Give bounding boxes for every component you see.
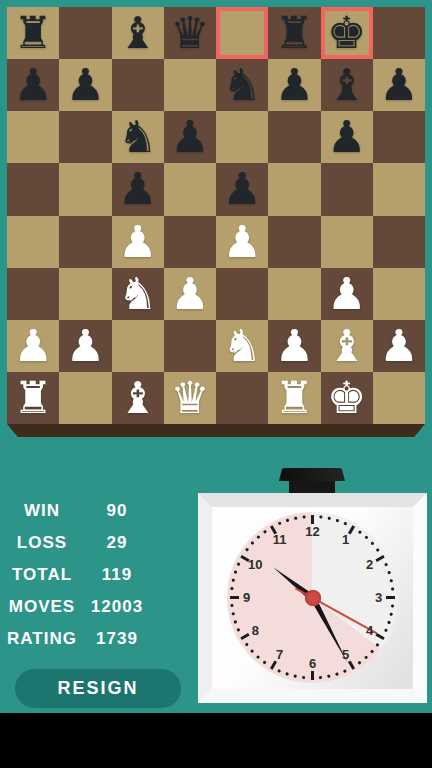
square-f2[interactable]: ♟: [268, 320, 320, 372]
clock-numeral-1: 1: [334, 531, 358, 549]
square-g7[interactable]: ♝: [321, 59, 373, 111]
board-3d-edge: [7, 424, 425, 437]
square-b1[interactable]: [59, 372, 111, 424]
minute-tick: [388, 571, 391, 574]
square-f6[interactable]: [268, 111, 320, 163]
minute-tick: [245, 643, 248, 646]
square-f5[interactable]: [268, 163, 320, 215]
white-pawn-piece: ♟: [170, 272, 209, 316]
clock-body: 121234567891011: [198, 493, 427, 703]
square-b8[interactable]: [59, 7, 111, 59]
square-h7[interactable]: ♟: [373, 59, 425, 111]
square-h4[interactable]: [373, 216, 425, 268]
square-a7[interactable]: ♟: [7, 59, 59, 111]
black-pawn-piece: ♟: [170, 115, 209, 159]
stat-label: LOSS: [0, 533, 84, 553]
minute-tick: [231, 605, 234, 608]
clock-face: 121234567891011: [227, 512, 398, 683]
stat-label: TOTAL: [0, 565, 84, 585]
square-g4[interactable]: [321, 216, 373, 268]
black-queen-piece: ♛: [170, 11, 209, 55]
square-d4[interactable]: [164, 216, 216, 268]
minute-tick: [371, 542, 375, 546]
white-bishop-piece: ♝: [118, 376, 157, 420]
white-knight-piece: ♞: [118, 272, 157, 316]
minute-tick: [251, 542, 255, 546]
black-knight-piece: ♞: [222, 63, 261, 107]
square-b2[interactable]: ♟: [59, 320, 111, 372]
minute-tick: [231, 588, 234, 591]
clock-numeral-8: 8: [243, 622, 267, 640]
square-a3[interactable]: [7, 268, 59, 320]
square-d1[interactable]: ♛: [164, 372, 216, 424]
square-a2[interactable]: ♟: [7, 320, 59, 372]
square-b3[interactable]: [59, 268, 111, 320]
square-h2[interactable]: ♟: [373, 320, 425, 372]
app-screen: ♜♝♛♜♚♟♟♞♟♝♟♞♟♟♟♟♟♟♞♟♟♟♟♞♟♝♟♜♝♛♜♚ WIN90LO…: [0, 0, 432, 768]
square-a4[interactable]: [7, 216, 59, 268]
square-f1[interactable]: ♜: [268, 372, 320, 424]
minute-tick: [328, 675, 331, 678]
clock-button-knob: [279, 468, 345, 481]
square-f8[interactable]: ♜: [268, 7, 320, 59]
minute-tick: [257, 656, 261, 660]
stat-value: 90: [88, 501, 146, 521]
square-h8[interactable]: [373, 7, 425, 59]
minute-tick: [385, 563, 388, 566]
minute-tick: [344, 670, 347, 673]
clock-numeral-9: 9: [235, 589, 259, 607]
square-b5[interactable]: [59, 163, 111, 215]
square-d7[interactable]: [164, 59, 216, 111]
white-knight-piece: ♞: [222, 324, 261, 368]
minute-tick: [371, 650, 375, 654]
square-h6[interactable]: [373, 111, 425, 163]
minute-tick: [392, 588, 395, 591]
minute-tick: [388, 621, 391, 624]
square-d8[interactable]: ♛: [164, 7, 216, 59]
minute-tick: [376, 643, 379, 646]
minute-tick: [358, 530, 361, 533]
white-rook-piece: ♜: [275, 376, 314, 420]
black-king-piece: ♚: [327, 11, 366, 55]
white-queen-piece: ♛: [170, 376, 209, 420]
bottom-nav-bar: [0, 713, 432, 768]
minute-tick: [365, 536, 369, 540]
minute-tick: [336, 673, 339, 676]
square-b4[interactable]: [59, 216, 111, 268]
minute-tick: [234, 621, 237, 624]
square-f7[interactable]: ♟: [268, 59, 320, 111]
minute-tick: [390, 579, 393, 582]
square-g5[interactable]: [321, 163, 373, 215]
minute-tick: [257, 536, 261, 540]
black-knight-piece: ♞: [118, 115, 157, 159]
stat-row-win: WIN90: [0, 495, 170, 527]
minute-tick: [237, 629, 240, 632]
stat-value: 1739: [88, 629, 146, 649]
white-pawn-piece: ♟: [13, 324, 52, 368]
white-pawn-piece: ♟: [222, 220, 261, 264]
clock-center-cap: [305, 590, 321, 606]
clock-numeral-12: 12: [301, 523, 325, 541]
square-g6[interactable]: ♟: [321, 111, 373, 163]
black-pawn-piece: ♟: [118, 167, 157, 211]
stat-row-moves: MOVES12003: [0, 591, 170, 623]
minute-tick: [358, 661, 361, 664]
square-e5[interactable]: ♟: [216, 163, 268, 215]
minute-tick: [263, 530, 266, 533]
square-g1[interactable]: ♚: [321, 372, 373, 424]
square-b7[interactable]: ♟: [59, 59, 111, 111]
black-pawn-piece: ♟: [379, 63, 418, 107]
stats-panel: WIN90LOSS29TOTAL119MOVES12003RATING1739: [0, 495, 170, 655]
board-grid: ♜♝♛♜♚♟♟♞♟♝♟♞♟♟♟♟♟♟♞♟♟♟♟♞♟♝♟♜♝♛♜♚: [7, 7, 425, 424]
minute-tick: [232, 579, 235, 582]
chess-board: ♜♝♛♜♚♟♟♞♟♝♟♞♟♟♟♟♟♟♞♟♟♟♟♞♟♝♟♜♝♛♜♚: [7, 7, 425, 424]
clock-numeral-4: 4: [358, 622, 382, 640]
clock-numeral-5: 5: [334, 646, 358, 664]
minute-tick: [286, 673, 289, 676]
square-c3[interactable]: ♞: [112, 268, 164, 320]
clock-numeral-7: 7: [268, 646, 292, 664]
square-g2[interactable]: ♝: [321, 320, 373, 372]
minute-tick: [294, 675, 297, 678]
minute-tick: [320, 677, 323, 680]
square-e2[interactable]: ♞: [216, 320, 268, 372]
stat-label: MOVES: [0, 597, 84, 617]
black-rook-piece: ♜: [13, 11, 52, 55]
square-d5[interactable]: [164, 163, 216, 215]
stat-label: RATING: [0, 629, 84, 649]
black-rook-piece: ♜: [275, 11, 314, 55]
minute-tick: [278, 670, 281, 673]
square-e4[interactable]: ♟: [216, 216, 268, 268]
square-c5[interactable]: ♟: [112, 163, 164, 215]
minute-tick: [263, 661, 266, 664]
square-g3[interactable]: ♟: [321, 268, 373, 320]
square-a8[interactable]: ♜: [7, 7, 59, 59]
minute-tick: [245, 548, 248, 551]
minute-tick: [234, 571, 237, 574]
square-c4[interactable]: ♟: [112, 216, 164, 268]
square-a6[interactable]: [7, 111, 59, 163]
minute-tick: [344, 522, 347, 525]
white-rook-piece: ♜: [13, 376, 52, 420]
black-pawn-piece: ♟: [275, 63, 314, 107]
stat-label: WIN: [0, 501, 84, 521]
square-d6[interactable]: ♟: [164, 111, 216, 163]
square-e8[interactable]: [216, 7, 268, 59]
stat-value: 12003: [88, 597, 146, 617]
square-c8[interactable]: ♝: [112, 7, 164, 59]
clock-numeral-2: 2: [358, 556, 382, 574]
minute-tick: [376, 548, 379, 551]
minute-tick: [320, 516, 323, 519]
square-c6[interactable]: ♞: [112, 111, 164, 163]
minute-tick: [328, 517, 331, 520]
minute-tick: [385, 629, 388, 632]
stat-row-total: TOTAL119: [0, 559, 170, 591]
clock-numeral-3: 3: [367, 589, 391, 607]
square-h3[interactable]: [373, 268, 425, 320]
minute-tick: [237, 563, 240, 566]
minute-tick: [286, 519, 289, 522]
minute-tick: [278, 522, 281, 525]
square-d2[interactable]: [164, 320, 216, 372]
stat-row-rating: RATING1739: [0, 623, 170, 655]
black-pawn-piece: ♟: [13, 63, 52, 107]
minute-tick: [336, 519, 339, 522]
white-pawn-piece: ♟: [118, 220, 157, 264]
chess-clock: 121234567891011: [198, 468, 427, 703]
black-bishop-piece: ♝: [118, 11, 157, 55]
square-f3[interactable]: [268, 268, 320, 320]
white-king-piece: ♚: [327, 376, 366, 420]
resign-button[interactable]: RESIGN: [15, 669, 181, 708]
minute-tick: [365, 656, 369, 660]
black-pawn-piece: ♟: [327, 115, 366, 159]
square-e6[interactable]: [216, 111, 268, 163]
square-c1[interactable]: ♝: [112, 372, 164, 424]
square-e7[interactable]: ♞: [216, 59, 268, 111]
stat-value: 29: [88, 533, 146, 553]
black-pawn-piece: ♟: [66, 63, 105, 107]
minute-tick: [303, 516, 306, 519]
square-c7[interactable]: [112, 59, 164, 111]
minute-tick: [303, 677, 306, 680]
white-pawn-piece: ♟: [327, 272, 366, 316]
square-a5[interactable]: [7, 163, 59, 215]
square-a1[interactable]: ♜: [7, 372, 59, 424]
clock-numeral-6: 6: [301, 655, 325, 673]
square-e3[interactable]: [216, 268, 268, 320]
stat-value: 119: [88, 565, 146, 585]
square-d3[interactable]: ♟: [164, 268, 216, 320]
white-pawn-piece: ♟: [379, 324, 418, 368]
clock-numeral-11: 11: [268, 531, 292, 549]
square-f4[interactable]: [268, 216, 320, 268]
white-pawn-piece: ♟: [275, 324, 314, 368]
minute-tick: [251, 650, 255, 654]
minute-tick: [294, 517, 297, 520]
white-pawn-piece: ♟: [66, 324, 105, 368]
minute-tick: [392, 605, 395, 608]
square-h1[interactable]: [373, 372, 425, 424]
square-c2[interactable]: [112, 320, 164, 372]
minute-tick: [390, 613, 393, 616]
black-pawn-piece: ♟: [222, 167, 261, 211]
black-bishop-piece: ♝: [327, 63, 366, 107]
square-b6[interactable]: [59, 111, 111, 163]
square-h5[interactable]: [373, 163, 425, 215]
stat-row-loss: LOSS29: [0, 527, 170, 559]
white-bishop-piece: ♝: [327, 324, 366, 368]
square-e1[interactable]: [216, 372, 268, 424]
clock-numeral-10: 10: [243, 556, 267, 574]
minute-tick: [232, 613, 235, 616]
square-g8[interactable]: ♚: [321, 7, 373, 59]
